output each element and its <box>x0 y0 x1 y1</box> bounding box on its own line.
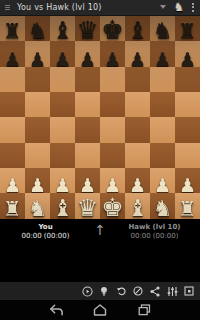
square-b3[interactable] <box>25 143 50 168</box>
chevron-down-icon[interactable] <box>160 5 166 9</box>
black-king: ♚ <box>101 18 123 42</box>
square-g2[interactable]: ♟ <box>150 168 175 193</box>
square-b6[interactable] <box>25 67 50 92</box>
square-a2[interactable]: ♟ <box>0 168 25 193</box>
black-player-name: Hawk (lvl 10) <box>128 223 180 231</box>
black-pawn: ♟ <box>54 50 71 68</box>
square-g6[interactable] <box>150 67 175 92</box>
black-pawn: ♟ <box>29 50 46 68</box>
square-h4[interactable] <box>175 117 200 142</box>
square-a8[interactable]: ♜ <box>0 16 25 41</box>
action-toolbar <box>0 282 200 300</box>
square-g3[interactable] <box>150 143 175 168</box>
white-pawn: ♟ <box>54 176 71 194</box>
square-b7[interactable]: ♟ <box>25 41 50 66</box>
square-h7[interactable]: ♟ <box>175 41 200 66</box>
white-pawn: ♟ <box>154 176 171 194</box>
square-e7[interactable]: ♟ <box>100 41 125 66</box>
empty-area <box>0 244 200 282</box>
square-f2[interactable]: ♟ <box>125 168 150 193</box>
square-h1[interactable]: ♜ <box>175 193 200 218</box>
turn-indicator-arrow: ↑ <box>91 223 109 237</box>
square-f6[interactable] <box>125 67 150 92</box>
android-nav-bar <box>0 300 200 320</box>
black-rook: ♜ <box>178 22 197 42</box>
abort-icon[interactable] <box>132 285 144 297</box>
white-rook: ♜ <box>3 200 22 220</box>
square-c1[interactable]: ♝ <box>50 193 75 218</box>
app-screen: You vs Hawk (lvl 10) ♞ ♜♞♝♛♚♝♞♜♟♟♟♟♟♟♟♟♟… <box>0 0 200 320</box>
square-a7[interactable]: ♟ <box>0 41 25 66</box>
square-f5[interactable] <box>125 92 150 117</box>
square-h8[interactable]: ♜ <box>175 16 200 41</box>
square-c5[interactable] <box>50 92 75 117</box>
home-icon[interactable] <box>92 304 108 317</box>
board-editor-icon[interactable] <box>183 285 195 297</box>
square-h3[interactable] <box>175 143 200 168</box>
clock-strip: You 00:00 (00:00) ↑ Hawk (lvl 10) 00:00 … <box>0 219 200 245</box>
white-queen: ♛ <box>77 197 99 220</box>
square-h6[interactable] <box>175 67 200 92</box>
square-g7[interactable]: ♟ <box>150 41 175 66</box>
square-a1[interactable]: ♜ <box>0 193 25 218</box>
black-queen: ♛ <box>77 19 99 42</box>
black-knight: ♞ <box>28 21 48 42</box>
square-a3[interactable] <box>0 143 25 168</box>
black-pawn: ♟ <box>179 50 196 68</box>
white-bishop: ♝ <box>52 198 73 220</box>
black-pawn: ♟ <box>79 50 96 68</box>
white-knight: ♞ <box>153 199 173 220</box>
square-c4[interactable] <box>50 117 75 142</box>
white-rook: ♜ <box>178 200 197 220</box>
square-g5[interactable] <box>150 92 175 117</box>
black-knight: ♞ <box>153 21 173 42</box>
square-d6[interactable] <box>75 67 100 92</box>
black-clock: Hawk (lvl 10) 00:00 (00:00) <box>109 223 200 240</box>
square-a5[interactable] <box>0 92 25 117</box>
square-h2[interactable]: ♟ <box>175 168 200 193</box>
back-icon[interactable] <box>48 304 64 317</box>
square-d1[interactable]: ♛ <box>75 193 100 218</box>
square-f8[interactable]: ♝ <box>125 16 150 41</box>
square-d7[interactable]: ♟ <box>75 41 100 66</box>
black-bishop: ♝ <box>52 20 73 42</box>
square-e6[interactable] <box>100 67 125 92</box>
square-b5[interactable] <box>25 92 50 117</box>
square-h5[interactable] <box>175 92 200 117</box>
white-pawn: ♟ <box>179 176 196 194</box>
menu-handle-icon[interactable] <box>5 5 10 10</box>
title-bar: You vs Hawk (lvl 10) ♞ <box>0 0 200 16</box>
square-d2[interactable]: ♟ <box>75 168 100 193</box>
square-f4[interactable] <box>125 117 150 142</box>
square-f7[interactable]: ♟ <box>125 41 150 66</box>
square-e5[interactable] <box>100 92 125 117</box>
square-a4[interactable] <box>0 117 25 142</box>
square-c8[interactable]: ♝ <box>50 16 75 41</box>
square-e1[interactable]: ♚ <box>100 193 125 218</box>
white-pawn: ♟ <box>129 176 146 194</box>
black-bishop: ♝ <box>127 20 148 42</box>
black-rook: ♜ <box>3 22 22 42</box>
square-e8[interactable]: ♚ <box>100 16 125 41</box>
square-f3[interactable] <box>125 143 150 168</box>
white-pawn: ♟ <box>29 176 46 194</box>
chess-board: ♜♞♝♛♚♝♞♜♟♟♟♟♟♟♟♟♟♟♟♟♟♟♟♟♜♞♝♛♚♝♞♜ <box>0 16 200 219</box>
square-d4[interactable] <box>75 117 100 142</box>
square-g8[interactable]: ♞ <box>150 16 175 41</box>
square-f1[interactable]: ♝ <box>125 193 150 218</box>
black-pawn: ♟ <box>154 50 171 68</box>
square-e2[interactable]: ♟ <box>100 168 125 193</box>
white-pawn: ♟ <box>79 176 96 194</box>
white-bishop: ♝ <box>127 198 148 220</box>
square-b8[interactable]: ♞ <box>25 16 50 41</box>
white-clock: You 00:00 (00:00) <box>0 223 91 240</box>
square-g1[interactable]: ♞ <box>150 193 175 218</box>
square-e4[interactable] <box>100 117 125 142</box>
black-clock-time: 00:00 (00:00) <box>130 232 178 240</box>
square-e3[interactable] <box>100 143 125 168</box>
square-a6[interactable] <box>0 67 25 92</box>
black-pawn: ♟ <box>104 50 121 68</box>
square-d8[interactable]: ♛ <box>75 16 100 41</box>
black-pawn: ♟ <box>129 50 146 68</box>
square-d5[interactable] <box>75 92 100 117</box>
white-pawn: ♟ <box>104 176 121 194</box>
white-knight: ♞ <box>28 199 48 220</box>
square-d3[interactable] <box>75 143 100 168</box>
square-b1[interactable]: ♞ <box>25 193 50 218</box>
share-icon[interactable] <box>149 285 161 297</box>
undo-icon[interactable] <box>115 285 127 297</box>
square-b4[interactable] <box>25 117 50 142</box>
square-c6[interactable] <box>50 67 75 92</box>
square-c3[interactable] <box>50 143 75 168</box>
white-pawn: ♟ <box>4 176 21 194</box>
square-c7[interactable]: ♟ <box>50 41 75 66</box>
knight-app-icon[interactable]: ♞ <box>173 1 184 13</box>
white-king: ♚ <box>101 196 123 220</box>
black-pawn: ♟ <box>4 50 21 68</box>
square-c2[interactable]: ♟ <box>50 168 75 193</box>
hint-bulb-icon[interactable] <box>98 285 110 297</box>
white-clock-time: 00:00 (00:00) <box>21 232 69 240</box>
recents-icon[interactable] <box>136 304 152 317</box>
tune-icon[interactable] <box>166 285 178 297</box>
overflow-menu-icon[interactable] <box>191 2 195 13</box>
square-b2[interactable]: ♟ <box>25 168 50 193</box>
square-g4[interactable] <box>150 117 175 142</box>
white-player-name: You <box>38 223 52 231</box>
page-title: You vs Hawk (lvl 10) <box>17 3 160 12</box>
play-icon[interactable] <box>81 285 93 297</box>
